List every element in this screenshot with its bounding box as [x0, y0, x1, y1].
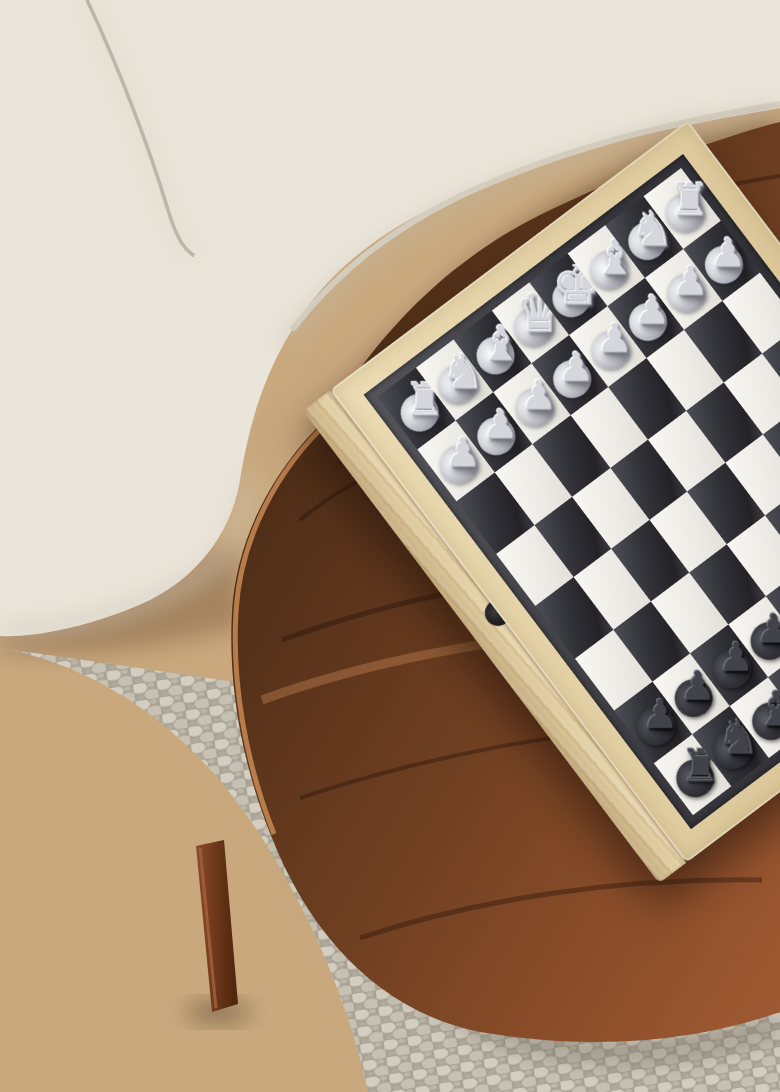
pawn-glyph: ♟ — [711, 232, 747, 272]
pawn-glyph: ♟ — [756, 608, 780, 648]
bishop-glyph: ♝ — [755, 685, 780, 733]
rook-glyph: ♜ — [670, 177, 710, 222]
photo-frame: ♜♞♝♛♚♝♞♜♟♟♟♟♟♟♟♟♟♟♟♟♟♟♟♟♜♞♝♛♚♝♞♜ — [0, 0, 780, 1092]
